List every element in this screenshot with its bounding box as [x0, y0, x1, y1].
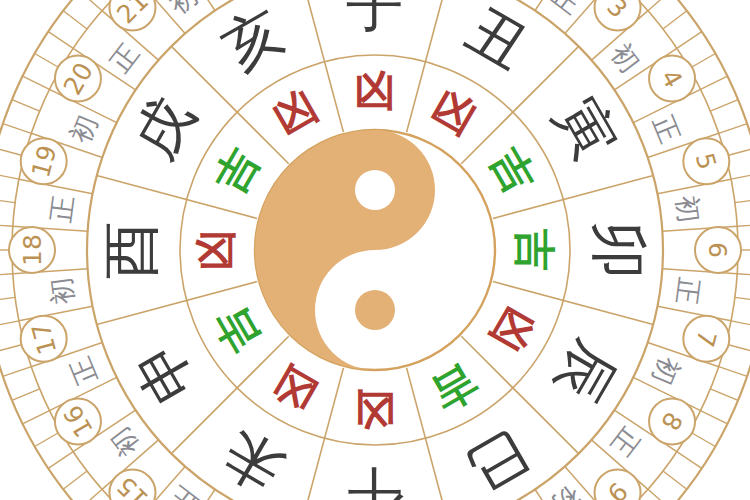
- half-hour-label-zheng: 正: [45, 193, 79, 224]
- half-hour-label-chu: 初: [45, 276, 79, 307]
- luck-label-mao: 吉: [510, 228, 559, 271]
- branch-label-mao: 卯: [585, 221, 653, 279]
- luck-label-zi: 凶: [354, 66, 396, 115]
- half-hour-label-zheng: 正: [671, 276, 705, 307]
- luck-label-you: 凶: [191, 229, 240, 271]
- branch-label-you: 酉: [97, 221, 165, 279]
- branch-label-zi: 子: [346, 0, 404, 40]
- zodiac-wheel: 初正初正初正初正初正初正初正初正初正初正初正初正1234567891011121…: [0, 0, 750, 500]
- hour-number-18: 18: [18, 234, 47, 266]
- luck-label-wu: 凶: [354, 385, 396, 434]
- yinyang-white-eye: [355, 170, 395, 210]
- branch-label-wu: 午: [346, 460, 404, 500]
- half-hour-label-chu: 初: [671, 193, 705, 224]
- yinyang-gold-eye: [355, 290, 395, 330]
- hour-number-6: 6: [703, 242, 732, 258]
- zodiac-wheel-svg: 初正初正初正初正初正初正初正初正初正初正初正初正1234567891011121…: [0, 0, 750, 500]
